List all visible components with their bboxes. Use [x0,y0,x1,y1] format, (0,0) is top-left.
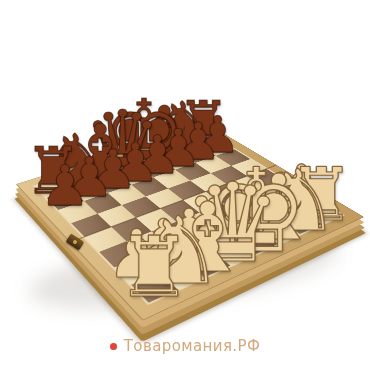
chess-board [16,124,365,321]
product-photo: ♜♞♟♝♟♚♟♛♟♝♟♞♟♜♟♟♟♟♜♟♞♟♝♟♚♟♛♟♝♟♞♜ Товаром… [0,0,370,370]
watermark-text: Товаромания.РФ [124,337,260,355]
scene [0,0,370,370]
watermark: Товаромания.РФ [0,337,370,355]
board-squares [33,131,345,305]
brand-dot-icon [110,343,117,350]
board-face [16,124,365,321]
